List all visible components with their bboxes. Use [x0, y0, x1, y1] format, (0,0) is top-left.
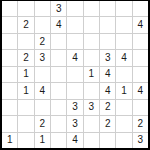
- clue-cell-r4c7: 3: [100, 50, 115, 65]
- empty-cell-r1c6[interactable]: [84, 1, 99, 16]
- clue-cell-r9c3: 1: [35, 133, 50, 148]
- empty-cell-r3c8[interactable]: [116, 34, 131, 49]
- empty-cell-r5c5[interactable]: [67, 67, 82, 82]
- empty-cell-r6c4[interactable]: [51, 83, 66, 98]
- empty-cell-r7c2[interactable]: [18, 100, 33, 115]
- empty-cell-r4c9[interactable]: [133, 50, 148, 65]
- empty-cell-r9c8[interactable]: [116, 133, 131, 148]
- clue-cell-r5c6: 1: [84, 67, 99, 82]
- empty-cell-r1c5[interactable]: [67, 1, 82, 16]
- empty-cell-r4c4[interactable]: [51, 50, 66, 65]
- clue-cell-r7c7: 2: [100, 100, 115, 115]
- empty-cell-r5c1[interactable]: [2, 67, 17, 82]
- clue-cell-r7c6: 3: [84, 100, 99, 115]
- puzzle-grid: 32442234341141441433223221143: [0, 0, 150, 150]
- empty-cell-r7c9[interactable]: [133, 100, 148, 115]
- empty-cell-r1c9[interactable]: [133, 1, 148, 16]
- empty-cell-r2c3[interactable]: [35, 17, 50, 32]
- empty-cell-r9c2[interactable]: [18, 133, 33, 148]
- empty-cell-r2c5[interactable]: [67, 17, 82, 32]
- empty-cell-r4c1[interactable]: [2, 50, 17, 65]
- empty-cell-r6c5[interactable]: [67, 83, 82, 98]
- empty-cell-r3c1[interactable]: [2, 34, 17, 49]
- empty-cell-r7c3[interactable]: [35, 100, 50, 115]
- empty-cell-r8c6[interactable]: [84, 116, 99, 131]
- clue-cell-r7c5: 3: [67, 100, 82, 115]
- clue-cell-r9c5: 4: [67, 133, 82, 148]
- clue-cell-r2c4: 4: [51, 17, 66, 32]
- clue-cell-r2c9: 4: [133, 17, 148, 32]
- empty-cell-r9c4[interactable]: [51, 133, 66, 148]
- empty-cell-r3c6[interactable]: [84, 34, 99, 49]
- empty-cell-r2c1[interactable]: [2, 17, 17, 32]
- clue-cell-r6c9: 4: [133, 83, 148, 98]
- clue-cell-r1c4: 3: [51, 1, 66, 16]
- empty-cell-r1c2[interactable]: [18, 1, 33, 16]
- clue-cell-r4c2: 2: [18, 50, 33, 65]
- empty-cell-r1c3[interactable]: [35, 1, 50, 16]
- clue-cell-r2c2: 2: [18, 17, 33, 32]
- empty-cell-r7c8[interactable]: [116, 100, 131, 115]
- empty-cell-r8c2[interactable]: [18, 116, 33, 131]
- empty-cell-r4c6[interactable]: [84, 50, 99, 65]
- empty-cell-r5c3[interactable]: [35, 67, 50, 82]
- clue-cell-r6c3: 4: [35, 83, 50, 98]
- empty-cell-r9c7[interactable]: [100, 133, 115, 148]
- empty-cell-r3c5[interactable]: [67, 34, 82, 49]
- empty-cell-r9c6[interactable]: [84, 133, 99, 148]
- empty-cell-r5c4[interactable]: [51, 67, 66, 82]
- empty-cell-r8c8[interactable]: [116, 116, 131, 131]
- empty-cell-r6c1[interactable]: [2, 83, 17, 98]
- empty-cell-r1c8[interactable]: [116, 1, 131, 16]
- empty-cell-r2c8[interactable]: [116, 17, 131, 32]
- empty-cell-r8c1[interactable]: [2, 116, 17, 131]
- clue-cell-r9c1: 1: [2, 133, 17, 148]
- empty-cell-r3c7[interactable]: [100, 34, 115, 49]
- empty-cell-r1c7[interactable]: [100, 1, 115, 16]
- clue-cell-r8c5: 3: [67, 116, 82, 131]
- clue-cell-r9c9: 3: [133, 133, 148, 148]
- empty-cell-r2c7[interactable]: [100, 17, 115, 32]
- clue-cell-r4c3: 3: [35, 50, 50, 65]
- empty-cell-r6c6[interactable]: [84, 83, 99, 98]
- empty-cell-r3c4[interactable]: [51, 34, 66, 49]
- clue-cell-r6c2: 1: [18, 83, 33, 98]
- clue-cell-r5c7: 4: [100, 67, 115, 82]
- empty-cell-r5c9[interactable]: [133, 67, 148, 82]
- clue-cell-r4c8: 4: [116, 50, 131, 65]
- clue-cell-r8c7: 2: [100, 116, 115, 131]
- clue-cell-r8c9: 2: [133, 116, 148, 131]
- empty-cell-r7c1[interactable]: [2, 100, 17, 115]
- clue-cell-r6c8: 1: [116, 83, 131, 98]
- empty-cell-r3c9[interactable]: [133, 34, 148, 49]
- empty-cell-r7c4[interactable]: [51, 100, 66, 115]
- clue-cell-r8c3: 2: [35, 116, 50, 131]
- empty-cell-r8c4[interactable]: [51, 116, 66, 131]
- clue-cell-r6c7: 4: [100, 83, 115, 98]
- empty-cell-r5c8[interactable]: [116, 67, 131, 82]
- empty-cell-r3c2[interactable]: [18, 34, 33, 49]
- empty-cell-r1c1[interactable]: [2, 1, 17, 16]
- clue-cell-r5c2: 1: [18, 67, 33, 82]
- clue-cell-r3c3: 2: [35, 34, 50, 49]
- clue-cell-r4c5: 4: [67, 50, 82, 65]
- empty-cell-r2c6[interactable]: [84, 17, 99, 32]
